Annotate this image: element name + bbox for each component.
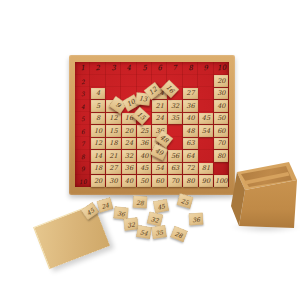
board-header-cell: 3: [75, 87, 90, 100]
board-header-cell: 9: [198, 62, 213, 75]
board-cell[interactable]: 18: [90, 162, 105, 175]
tile-number: 40: [186, 114, 194, 122]
number-tile[interactable]: 90: [199, 175, 213, 187]
board-cell[interactable]: 63: [183, 137, 198, 150]
number-tile[interactable]: 40: [122, 175, 136, 187]
tile-number: 36: [125, 164, 133, 172]
number-tile[interactable]: 14: [91, 150, 105, 162]
board-header-cell: 1: [75, 62, 90, 75]
board-cell[interactable]: 60: [152, 175, 167, 188]
printed-number: 3: [75, 86, 91, 100]
board-cell[interactable]: 20: [214, 75, 229, 88]
tile-number: 32: [125, 152, 133, 160]
number-tile[interactable]: 20: [122, 125, 136, 137]
printed-number: 4: [75, 99, 91, 113]
board-cell[interactable]: 48: [183, 125, 198, 138]
tile-number: 21: [156, 102, 164, 110]
number-tile[interactable]: 48: [183, 125, 197, 137]
board-cell[interactable]: 12: [106, 112, 121, 125]
board-cell[interactable]: 63: [167, 162, 182, 175]
board-cell[interactable]: 81: [198, 162, 213, 175]
number-tile[interactable]: 54: [199, 125, 213, 137]
board-header-cell: 8: [183, 62, 198, 75]
number-tile[interactable]: 50: [214, 113, 228, 125]
number-tile[interactable]: 18: [91, 163, 105, 175]
number-tile[interactable]: 24: [152, 113, 166, 125]
board-cell[interactable]: [183, 75, 198, 88]
board-cell[interactable]: 40: [137, 150, 152, 163]
tile-number: 45: [85, 206, 95, 216]
board-cell[interactable]: 40: [183, 112, 198, 125]
blank-card[interactable]: [33, 204, 110, 269]
tile-number: 36: [186, 102, 194, 110]
printed-number: 9: [198, 61, 214, 75]
tile-number: 13: [138, 95, 147, 104]
printed-number: 2: [75, 74, 91, 88]
number-tile[interactable]: 36: [183, 100, 197, 112]
tile-number: 63: [186, 139, 194, 147]
tile-number: 60: [217, 127, 225, 135]
number-tile[interactable]: 45: [153, 199, 169, 214]
tile-number: 54: [140, 228, 149, 236]
printed-number: 9: [75, 161, 91, 175]
tile-number: 49: [154, 147, 165, 158]
board-cell[interactable]: 70: [214, 137, 229, 150]
tile-number: 32: [127, 220, 135, 228]
tile-number: 36: [140, 139, 148, 147]
tile-number: 8: [96, 114, 100, 122]
number-tile[interactable]: 40: [137, 150, 151, 162]
tile-number: 30: [109, 177, 117, 185]
board-cell[interactable]: [198, 75, 213, 88]
tile-number: 20: [125, 127, 133, 135]
board-cell[interactable]: 90: [198, 175, 213, 188]
number-tile[interactable]: 80: [214, 150, 228, 162]
board-cell[interactable]: 5: [90, 100, 105, 113]
board-cell[interactable]: [198, 137, 213, 150]
tile-number: 20: [94, 177, 102, 185]
tile-number: 4: [96, 89, 100, 97]
board-cell[interactable]: [198, 150, 213, 163]
board-cell[interactable]: 21: [152, 100, 167, 113]
board-cell[interactable]: 54: [152, 162, 167, 175]
number-tile[interactable]: 4: [91, 88, 105, 100]
board-cell[interactable]: 54: [198, 125, 213, 138]
number-tile[interactable]: 18: [106, 138, 120, 150]
board-cell[interactable]: 36: [121, 162, 136, 175]
board-cell[interactable]: 45: [137, 162, 152, 175]
number-tile[interactable]: 24: [97, 197, 114, 212]
tile-number: 32: [150, 215, 159, 224]
tile-number: 25: [140, 127, 148, 135]
board-cell[interactable]: 35: [167, 112, 182, 125]
tile-number: 5: [96, 102, 100, 110]
number-tile[interactable]: 36: [189, 213, 204, 226]
tile-number: 56: [171, 152, 179, 160]
board-cell[interactable]: 32: [121, 150, 136, 163]
tile-number: 35: [171, 114, 179, 122]
board-header-cell: 3: [106, 62, 121, 75]
board-header-cell: 10: [214, 62, 229, 75]
tile-number: 35: [155, 228, 164, 236]
board-cell[interactable]: [90, 75, 105, 88]
board-cell[interactable]: 21: [106, 150, 121, 163]
tile-number: 28: [136, 198, 144, 206]
printed-number: 5: [75, 111, 91, 125]
number-tile[interactable]: 30: [106, 175, 120, 187]
board-cell[interactable]: 64: [183, 150, 198, 163]
tile-number: 24: [156, 114, 164, 122]
tile-number: 64: [186, 152, 194, 160]
tile-number: 9: [114, 101, 122, 110]
tile-number: 48: [186, 127, 194, 135]
scene: 1234567891022034142730459213236405812162…: [0, 0, 300, 300]
tile-number: 15: [135, 110, 147, 121]
board-header-cell: 4: [121, 62, 136, 75]
tile-number: 25: [180, 197, 189, 206]
board-header-cell: 8: [75, 150, 90, 163]
tile-number: 18: [94, 164, 102, 172]
board-cell[interactable]: 50: [214, 112, 229, 125]
board-cell[interactable]: 30: [214, 87, 229, 100]
printed-number: 7: [167, 61, 183, 75]
printed-number: 6: [152, 61, 168, 75]
board-cell[interactable]: 60: [214, 125, 229, 138]
number-tile[interactable]: 12: [106, 113, 120, 125]
board-cell[interactable]: 8: [90, 112, 105, 125]
tile-number: 14: [94, 152, 102, 160]
board-cell[interactable]: 32: [167, 100, 182, 113]
tile-number: 70: [171, 177, 179, 185]
tile-number: 24: [100, 201, 109, 210]
number-tile[interactable]: 35: [151, 225, 167, 239]
number-tile[interactable]: 15: [106, 125, 120, 137]
number-tile[interactable]: 24: [122, 138, 136, 150]
number-tile[interactable]: 81: [199, 163, 213, 175]
board-cell[interactable]: 36: [137, 137, 152, 150]
number-tile[interactable]: 70: [168, 175, 182, 187]
board-cell[interactable]: 72: [183, 162, 198, 175]
printed-number: 7: [75, 136, 91, 150]
board-cell[interactable]: 40: [121, 175, 136, 188]
number-tile[interactable]: 64: [183, 150, 197, 162]
tile-number: 50: [217, 114, 225, 122]
tile-number: 54: [202, 127, 210, 135]
number-tile[interactable]: 32: [123, 217, 138, 230]
board-header-cell: 6: [152, 62, 167, 75]
number-tile[interactable]: 21: [152, 100, 166, 112]
board-cell[interactable]: 27: [106, 162, 121, 175]
number-tile[interactable]: 70: [214, 138, 228, 150]
number-tile[interactable]: 8: [91, 113, 105, 125]
board-cell[interactable]: 24: [121, 137, 136, 150]
board-header-cell: 9: [75, 162, 90, 175]
tile-box[interactable]: [228, 156, 300, 232]
number-tile[interactable]: 40: [214, 100, 228, 112]
tile-number: 18: [109, 139, 117, 147]
tile-number: 80: [217, 152, 225, 160]
tile-number: 63: [171, 164, 179, 172]
number-tile[interactable]: 60: [214, 125, 228, 137]
board-cell[interactable]: 27: [183, 87, 198, 100]
number-tile[interactable]: 20: [91, 175, 105, 187]
tile-number: 15: [109, 127, 117, 135]
number-tile[interactable]: 32: [168, 100, 182, 112]
board-cell[interactable]: [106, 75, 121, 88]
tile-number: 12: [94, 139, 102, 147]
board-header-cell: 2: [90, 62, 105, 75]
board-cell[interactable]: 36: [183, 100, 198, 113]
board-cell[interactable]: [121, 75, 136, 88]
printed-number: 4: [121, 61, 137, 75]
tile-number: 16: [164, 83, 176, 95]
board-cell[interactable]: 25: [137, 125, 152, 138]
tile-number: 70: [217, 139, 225, 147]
number-tile[interactable]: 63: [168, 163, 182, 175]
number-tile[interactable]: 35: [168, 113, 182, 125]
printed-number: 8: [182, 61, 198, 75]
tile-number: 54: [156, 164, 164, 172]
board-cell[interactable]: 56: [167, 150, 182, 163]
number-tile[interactable]: 54: [136, 225, 152, 239]
number-tile[interactable]: 36: [137, 138, 151, 150]
tile-number: 40: [125, 177, 133, 185]
tile-number: 28: [174, 229, 184, 238]
board-cell[interactable]: 4: [90, 87, 105, 100]
tile-number: 21: [109, 152, 117, 160]
printed-number: 2: [90, 61, 106, 75]
board-cell[interactable]: 24: [152, 112, 167, 125]
number-tile[interactable]: 40: [183, 113, 197, 125]
number-tile[interactable]: 56: [168, 150, 182, 162]
board-cell[interactable]: 20: [90, 175, 105, 188]
board-cell[interactable]: 100: [214, 175, 229, 188]
number-tile[interactable]: 36: [122, 163, 136, 175]
tile-number: 40: [140, 152, 148, 160]
number-tile[interactable]: 28: [133, 196, 148, 209]
printed-number: 1: [75, 61, 91, 75]
board-grid: 1234567891022034142730459213236405812162…: [75, 62, 229, 187]
tile-number: 80: [186, 177, 194, 185]
number-tile[interactable]: 28: [170, 226, 187, 242]
tile-number: 45: [202, 114, 210, 122]
number-tile[interactable]: 72: [183, 163, 197, 175]
number-tile[interactable]: 27: [183, 88, 197, 100]
printed-number: 10: [213, 61, 229, 75]
board-cell[interactable]: 30: [106, 175, 121, 188]
number-tile[interactable]: 32: [122, 150, 136, 162]
number-tile[interactable]: 30: [214, 88, 228, 100]
board-header-cell: 5: [75, 112, 90, 125]
number-tile[interactable]: 10: [91, 125, 105, 137]
board-cell[interactable]: 12: [90, 137, 105, 150]
board-header-cell: 4: [75, 100, 90, 113]
number-tile[interactable]: 60: [152, 175, 166, 187]
board-cell[interactable]: 18: [106, 137, 121, 150]
board-cell[interactable]: 70: [167, 175, 182, 188]
number-tile[interactable]: 63: [183, 138, 197, 150]
board-header-cell: 7: [167, 62, 182, 75]
tile-number: 45: [140, 164, 148, 172]
multiplication-board: 1234567891022034142730459213236405812162…: [69, 55, 235, 195]
tile-number: 100: [215, 177, 227, 185]
tile-number: 20: [217, 77, 225, 85]
number-tile[interactable]: 12: [91, 138, 105, 150]
tile-number: 32: [171, 102, 179, 110]
tile-number: 12: [147, 85, 158, 96]
board-cell[interactable]: 80: [214, 150, 229, 163]
board-header-cell: 5: [137, 62, 152, 75]
tile-number: 60: [156, 177, 164, 185]
board-cell[interactable]: 40: [214, 100, 229, 113]
board-cell[interactable]: 15: [106, 125, 121, 138]
printed-number: 3: [105, 61, 121, 75]
printed-number: 10: [75, 174, 91, 188]
tile-number: 27: [186, 89, 194, 97]
tile-number: 30: [217, 89, 225, 97]
tile-number: 36: [192, 215, 200, 223]
board-cell[interactable]: [198, 87, 213, 100]
board-cell[interactable]: [198, 100, 213, 113]
printed-number: 5: [136, 61, 152, 75]
board-header-cell: 6: [75, 125, 90, 138]
tile-number: 90: [202, 177, 210, 185]
board-cell[interactable]: 50: [137, 175, 152, 188]
board-cell[interactable]: [214, 162, 229, 175]
board-cell[interactable]: 45: [198, 112, 213, 125]
number-tile[interactable]: 21: [106, 150, 120, 162]
tile-number: 45: [157, 202, 166, 210]
tile-number: 50: [140, 177, 148, 185]
number-tile[interactable]: 25: [137, 125, 151, 137]
tile-number: 48: [158, 133, 169, 144]
board-cell[interactable]: 10: [90, 125, 105, 138]
tile-number: 24: [125, 139, 133, 147]
tile-number: 40: [217, 102, 225, 110]
number-tile[interactable]: 25: [177, 193, 194, 208]
tile-number: 81: [202, 164, 210, 172]
printed-number: 6: [75, 124, 91, 138]
tile-number: 10: [94, 127, 102, 135]
number-tile[interactable]: 100: [214, 175, 228, 187]
number-tile[interactable]: 54: [152, 163, 166, 175]
number-tile[interactable]: 27: [106, 163, 120, 175]
tile-number: 72: [186, 164, 194, 172]
tile-number: 36: [117, 209, 125, 217]
board-cell[interactable]: 20: [121, 125, 136, 138]
number-tile[interactable]: 5: [91, 100, 105, 112]
number-tile[interactable]: 20: [214, 75, 228, 87]
number-tile[interactable]: 80: [183, 175, 197, 187]
number-tile[interactable]: 45: [199, 113, 213, 125]
printed-number: 8: [75, 149, 91, 163]
number-tile[interactable]: 45: [137, 163, 151, 175]
number-tile[interactable]: 50: [137, 175, 151, 187]
board-cell[interactable]: 80: [183, 175, 198, 188]
board-cell[interactable]: 14: [90, 150, 105, 163]
board-header-cell: 2: [75, 75, 90, 88]
number-tile[interactable]: 32: [147, 211, 163, 226]
tile-number: 12: [109, 114, 117, 122]
board-header-cell: 7: [75, 137, 90, 150]
tile-number: 27: [109, 164, 117, 172]
board-header-cell: 10: [75, 175, 90, 188]
